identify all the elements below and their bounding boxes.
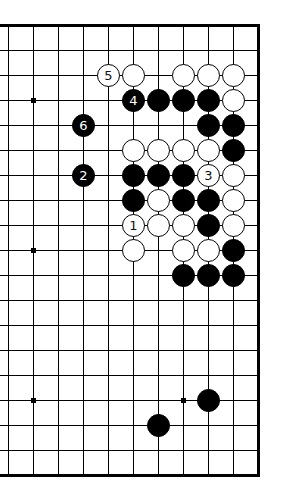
star-point xyxy=(31,398,36,403)
grid-line-horizontal xyxy=(0,375,260,376)
board-edge-horizontal xyxy=(0,474,260,477)
grid-line-horizontal xyxy=(0,425,260,426)
stone-white-move-3: 3 xyxy=(197,164,220,187)
stone-white xyxy=(172,239,195,262)
stone-black xyxy=(197,389,220,412)
grid-line-horizontal xyxy=(0,350,260,351)
stone-black xyxy=(122,164,145,187)
stone-white xyxy=(222,64,245,87)
stone-white xyxy=(222,214,245,237)
grid-line-horizontal xyxy=(0,450,260,451)
stone-black xyxy=(222,264,245,287)
grid-line-vertical xyxy=(108,24,109,477)
stone-black-move-2: 2 xyxy=(72,164,95,187)
stone-black xyxy=(172,164,195,187)
stone-black xyxy=(122,189,145,212)
stone-white xyxy=(172,214,195,237)
star-point xyxy=(31,98,36,103)
stone-black xyxy=(222,139,245,162)
stone-white xyxy=(147,189,170,212)
stone-white-move-1: 1 xyxy=(122,214,145,237)
stone-black xyxy=(172,189,195,212)
go-diagram: 546231 xyxy=(0,0,283,500)
stone-white xyxy=(222,89,245,112)
stone-black xyxy=(147,414,170,437)
stone-white xyxy=(147,214,170,237)
board-edge-vertical xyxy=(257,24,260,477)
grid-line-horizontal xyxy=(0,325,260,326)
go-board: 546231 xyxy=(0,0,283,500)
grid-line-vertical xyxy=(58,24,59,477)
stone-white xyxy=(172,64,195,87)
stone-black xyxy=(172,264,195,287)
stone-white xyxy=(222,164,245,187)
grid-line-horizontal xyxy=(0,275,260,276)
grid-line-vertical xyxy=(8,24,9,477)
stone-black xyxy=(197,214,220,237)
stone-white xyxy=(197,239,220,262)
stone-white xyxy=(197,64,220,87)
star-point xyxy=(31,248,36,253)
stone-white xyxy=(122,139,145,162)
stone-black xyxy=(147,89,170,112)
stone-black xyxy=(197,264,220,287)
stone-black xyxy=(197,189,220,212)
stone-white xyxy=(197,139,220,162)
stone-black xyxy=(222,114,245,137)
grid-line-horizontal xyxy=(0,125,260,126)
stone-black-move-6: 6 xyxy=(72,114,95,137)
board-edge-horizontal xyxy=(0,24,260,27)
grid-line-vertical xyxy=(83,24,84,477)
stone-white xyxy=(122,239,145,262)
stone-white-move-5: 5 xyxy=(97,64,120,87)
stone-white xyxy=(122,64,145,87)
grid-line-horizontal xyxy=(0,400,260,401)
stone-white xyxy=(222,189,245,212)
stone-black xyxy=(222,239,245,262)
star-point xyxy=(181,398,186,403)
stone-black xyxy=(197,89,220,112)
grid-line-horizontal xyxy=(0,50,260,51)
stone-black xyxy=(172,89,195,112)
stone-white xyxy=(172,139,195,162)
grid-line-horizontal xyxy=(0,300,260,301)
stone-black-move-4: 4 xyxy=(122,89,145,112)
stone-black xyxy=(147,164,170,187)
stone-black xyxy=(197,114,220,137)
stone-white xyxy=(147,139,170,162)
